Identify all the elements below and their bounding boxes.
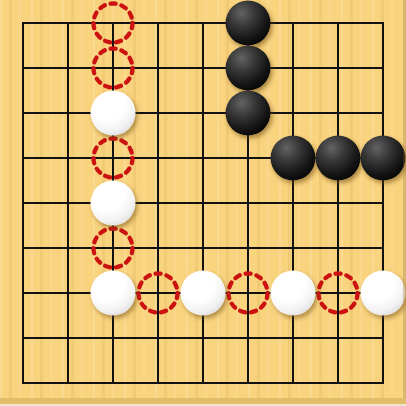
intersection-c3-r2[interactable]: [90, 45, 135, 90]
intersection-c1-r5[interactable]: [0, 180, 45, 225]
black-stone: [226, 45, 271, 90]
white-stone: [271, 271, 316, 316]
intersection-c2-r5[interactable]: [45, 180, 90, 225]
intersection-c7-r1[interactable]: [271, 0, 316, 45]
black-stone: [271, 135, 316, 180]
intersection-c9-r4[interactable]: [361, 135, 406, 180]
marked-point-circle: [90, 225, 136, 271]
go-board: [0, 0, 406, 406]
intersection-c7-r6[interactable]: [271, 226, 316, 271]
intersection-c9-r6[interactable]: [361, 226, 406, 271]
intersection-c9-r5[interactable]: [361, 180, 406, 225]
intersection-c6-r6[interactable]: [226, 226, 271, 271]
intersection-c2-r3[interactable]: [45, 90, 90, 135]
intersection-c4-r1[interactable]: [135, 0, 180, 45]
marked-point-circle: [135, 270, 181, 316]
intersection-c4-r8[interactable]: [135, 316, 180, 361]
intersection-c1-r7[interactable]: [0, 271, 45, 316]
intersection-c9-r1[interactable]: [361, 0, 406, 45]
intersection-c1-r1[interactable]: [0, 0, 45, 45]
white-stone: [180, 271, 225, 316]
intersection-c2-r4[interactable]: [45, 135, 90, 180]
intersection-c3-r6[interactable]: [90, 226, 135, 271]
intersection-c8-r7[interactable]: [316, 271, 361, 316]
intersection-c3-r1[interactable]: [90, 0, 135, 45]
intersection-c6-r8[interactable]: [226, 316, 271, 361]
intersection-c4-r7[interactable]: [135, 271, 180, 316]
black-stone: [361, 135, 406, 180]
intersection-c1-r8[interactable]: [0, 316, 45, 361]
intersection-c8-r8[interactable]: [316, 316, 361, 361]
intersection-c5-r1[interactable]: [180, 0, 225, 45]
intersection-c4-r3[interactable]: [135, 90, 180, 135]
intersection-c5-r7[interactable]: [180, 271, 225, 316]
intersection-c3-r8[interactable]: [90, 316, 135, 361]
marked-point-circle: [90, 45, 136, 91]
intersection-c2-r2[interactable]: [45, 45, 90, 90]
intersection-c8-r1[interactable]: [316, 0, 361, 45]
intersection-c8-r5[interactable]: [316, 180, 361, 225]
intersection-c2-r7[interactable]: [45, 271, 90, 316]
intersection-c6-r1[interactable]: [226, 0, 271, 45]
intersection-c1-r4[interactable]: [0, 135, 45, 180]
black-stone: [226, 0, 271, 45]
intersection-c6-r5[interactable]: [226, 180, 271, 225]
intersection-c3-r4[interactable]: [90, 135, 135, 180]
intersection-c5-r4[interactable]: [180, 135, 225, 180]
intersection-c2-r6[interactable]: [45, 226, 90, 271]
intersection-c5-r3[interactable]: [180, 90, 225, 135]
intersection-c7-r3[interactable]: [271, 90, 316, 135]
intersection-c1-r2[interactable]: [0, 45, 45, 90]
intersection-c8-r4[interactable]: [316, 135, 361, 180]
intersection-c1-r3[interactable]: [0, 90, 45, 135]
intersection-c8-r6[interactable]: [316, 226, 361, 271]
white-stone: [90, 271, 135, 316]
intersection-c5-r6[interactable]: [180, 226, 225, 271]
intersection-c8-r2[interactable]: [316, 45, 361, 90]
intersection-c7-r5[interactable]: [271, 180, 316, 225]
intersection-c6-r4[interactable]: [226, 135, 271, 180]
intersection-c9-r7[interactable]: [361, 271, 406, 316]
intersection-c9-r2[interactable]: [361, 45, 406, 90]
intersection-c4-r4[interactable]: [135, 135, 180, 180]
intersection-c7-r8[interactable]: [271, 316, 316, 361]
intersection-c5-r2[interactable]: [180, 45, 225, 90]
white-stone: [361, 271, 406, 316]
white-stone: [90, 180, 135, 225]
black-stone: [226, 90, 271, 135]
marked-point-circle: [225, 270, 271, 316]
intersection-c3-r7[interactable]: [90, 271, 135, 316]
intersection-c1-r6[interactable]: [0, 226, 45, 271]
intersection-c7-r2[interactable]: [271, 45, 316, 90]
intersection-c2-r1[interactable]: [45, 0, 90, 45]
intersection-c7-r7[interactable]: [271, 271, 316, 316]
intersection-c5-r8[interactable]: [180, 316, 225, 361]
board-grid: [0, 0, 406, 406]
intersection-c7-r4[interactable]: [271, 135, 316, 180]
marked-point-circle: [315, 270, 361, 316]
intersection-c3-r3[interactable]: [90, 90, 135, 135]
intersection-c2-r8[interactable]: [45, 316, 90, 361]
marked-point-circle: [90, 0, 136, 46]
marked-point-circle: [90, 135, 136, 181]
black-stone: [316, 135, 361, 180]
intersection-c8-r3[interactable]: [316, 90, 361, 135]
board-edge-bottom: [0, 398, 406, 406]
white-stone: [90, 90, 135, 135]
intersection-c4-r2[interactable]: [135, 45, 180, 90]
intersection-c3-r5[interactable]: [90, 180, 135, 225]
intersection-c6-r2[interactable]: [226, 45, 271, 90]
intersection-c4-r5[interactable]: [135, 180, 180, 225]
intersection-c6-r7[interactable]: [226, 271, 271, 316]
intersection-c5-r5[interactable]: [180, 180, 225, 225]
intersection-c9-r3[interactable]: [361, 90, 406, 135]
intersection-c4-r6[interactable]: [135, 226, 180, 271]
intersection-c6-r3[interactable]: [226, 90, 271, 135]
intersection-c9-r8[interactable]: [361, 316, 406, 361]
